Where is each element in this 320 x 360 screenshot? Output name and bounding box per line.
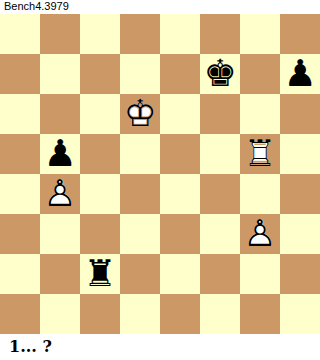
square-c3[interactable]	[80, 214, 120, 254]
square-d6[interactable]: ♚♔	[120, 94, 160, 134]
square-c1[interactable]	[80, 294, 120, 334]
square-c7[interactable]	[80, 54, 120, 94]
square-b1[interactable]	[40, 294, 80, 334]
square-e7[interactable]	[160, 54, 200, 94]
square-h5[interactable]	[280, 134, 320, 174]
square-c5[interactable]	[80, 134, 120, 174]
square-g6[interactable]	[240, 94, 280, 134]
square-h2[interactable]	[280, 254, 320, 294]
square-d1[interactable]	[120, 294, 160, 334]
white-pawn-piece: ♟♙	[240, 214, 280, 254]
square-a5[interactable]	[0, 134, 40, 174]
square-f3[interactable]	[200, 214, 240, 254]
square-a8[interactable]	[0, 14, 40, 54]
square-a6[interactable]	[0, 94, 40, 134]
square-b3[interactable]	[40, 214, 80, 254]
square-d8[interactable]	[120, 14, 160, 54]
square-b5[interactable]: ♟	[40, 134, 80, 174]
white-pawn-piece: ♟♙	[40, 174, 80, 214]
square-d3[interactable]	[120, 214, 160, 254]
square-g3[interactable]: ♟♙	[240, 214, 280, 254]
square-b8[interactable]	[40, 14, 80, 54]
square-d7[interactable]	[120, 54, 160, 94]
square-h7[interactable]: ♟	[280, 54, 320, 94]
square-h6[interactable]	[280, 94, 320, 134]
square-g5[interactable]: ♜♖	[240, 134, 280, 174]
square-h3[interactable]	[280, 214, 320, 254]
black-rook-piece: ♜	[80, 254, 120, 294]
square-a7[interactable]	[0, 54, 40, 94]
move-prompt: 1... ?	[9, 337, 52, 356]
header-bar: Bench4.3979	[0, 0, 320, 14]
square-e6[interactable]	[160, 94, 200, 134]
square-g7[interactable]	[240, 54, 280, 94]
square-b7[interactable]	[40, 54, 80, 94]
footer-bar: 1... ?	[0, 334, 320, 360]
square-h1[interactable]	[280, 294, 320, 334]
square-f4[interactable]	[200, 174, 240, 214]
white-rook-piece: ♜♖	[240, 134, 280, 174]
square-d5[interactable]	[120, 134, 160, 174]
square-f1[interactable]	[200, 294, 240, 334]
square-a3[interactable]	[0, 214, 40, 254]
square-c8[interactable]	[80, 14, 120, 54]
square-f6[interactable]	[200, 94, 240, 134]
square-b6[interactable]	[40, 94, 80, 134]
square-c6[interactable]	[80, 94, 120, 134]
square-f8[interactable]	[200, 14, 240, 54]
square-c2[interactable]: ♜	[80, 254, 120, 294]
square-d2[interactable]	[120, 254, 160, 294]
square-f5[interactable]	[200, 134, 240, 174]
square-e2[interactable]	[160, 254, 200, 294]
square-e1[interactable]	[160, 294, 200, 334]
square-a4[interactable]	[0, 174, 40, 214]
white-king-piece: ♚♔	[120, 94, 160, 134]
square-e5[interactable]	[160, 134, 200, 174]
square-b2[interactable]	[40, 254, 80, 294]
chess-program-window: Bench4.3979 ♚♟♚♔♟♜♖♟♙♟♙♜ 1... ?	[0, 0, 320, 360]
black-pawn-piece: ♟	[280, 54, 320, 94]
square-a2[interactable]	[0, 254, 40, 294]
square-a1[interactable]	[0, 294, 40, 334]
square-h4[interactable]	[280, 174, 320, 214]
square-d4[interactable]	[120, 174, 160, 214]
square-f7[interactable]: ♚	[200, 54, 240, 94]
black-pawn-piece: ♟	[40, 134, 80, 174]
square-f2[interactable]	[200, 254, 240, 294]
square-g4[interactable]	[240, 174, 280, 214]
square-g2[interactable]	[240, 254, 280, 294]
square-g8[interactable]	[240, 14, 280, 54]
position-title: Bench4.3979	[4, 0, 69, 13]
square-e4[interactable]	[160, 174, 200, 214]
black-king-piece: ♚	[200, 54, 240, 94]
square-g1[interactable]	[240, 294, 280, 334]
chess-board: ♚♟♚♔♟♜♖♟♙♟♙♜	[0, 14, 320, 334]
square-c4[interactable]	[80, 174, 120, 214]
square-b4[interactable]: ♟♙	[40, 174, 80, 214]
square-e8[interactable]	[160, 14, 200, 54]
square-e3[interactable]	[160, 214, 200, 254]
square-h8[interactable]	[280, 14, 320, 54]
